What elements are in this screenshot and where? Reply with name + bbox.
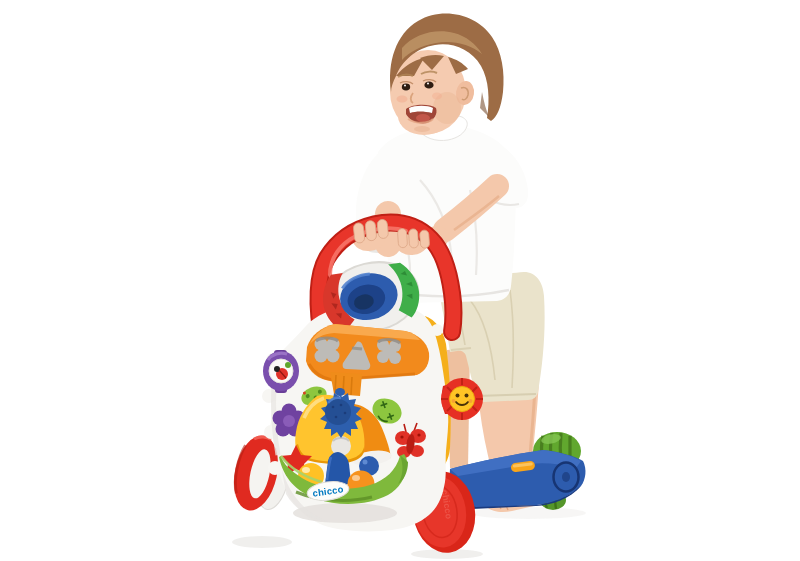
smiley-flower <box>441 378 483 420</box>
child-mouth <box>406 105 437 124</box>
scene-illustration: chicco <box>0 0 800 561</box>
photo-canvas: chicco <box>0 0 800 561</box>
